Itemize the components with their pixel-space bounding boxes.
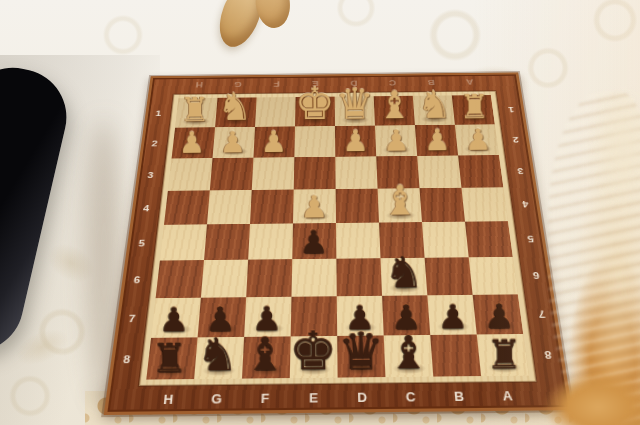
black-king-glyph: ♚ — [289, 323, 337, 377]
white-queen-glyph: ♛ — [335, 82, 375, 125]
black-pawn[interactable]: ♟ — [292, 223, 336, 259]
white-pawn-glyph: ♟ — [376, 126, 417, 156]
white-bishop[interactable]: ♝ — [374, 96, 415, 126]
black-rook[interactable]: ♜ — [477, 334, 529, 376]
black-rook-glyph: ♜ — [146, 338, 194, 379]
black-queen[interactable]: ♛ — [337, 335, 385, 377]
rank-label-3: 3 — [506, 166, 534, 175]
white-knight[interactable]: ♞ — [413, 95, 455, 125]
white-pawn-glyph: ♟ — [335, 126, 376, 156]
white-knight[interactable]: ♞ — [215, 97, 256, 127]
chair-back — [0, 58, 76, 361]
white-pawn-glyph: ♟ — [458, 125, 499, 155]
rank-label-1: 1 — [498, 105, 525, 113]
white-pawn[interactable]: ♟ — [293, 189, 336, 223]
tablecloth-pattern — [10, 322, 73, 372]
black-pawn[interactable]: ♟ — [427, 295, 476, 335]
white-rook-glyph: ♜ — [454, 90, 494, 124]
white-pawn[interactable]: ♟ — [455, 124, 499, 155]
white-pawn[interactable]: ♟ — [253, 126, 295, 157]
tablecloth-pattern — [30, 300, 94, 364]
white-rook-glyph: ♜ — [175, 93, 215, 127]
black-pawn-glyph: ♟ — [476, 300, 523, 334]
white-rook[interactable]: ♜ — [452, 95, 495, 125]
white-pawn-glyph: ♟ — [212, 127, 253, 157]
white-bishop-glyph: ♝ — [379, 180, 422, 221]
rank-label-4: 4 — [511, 199, 540, 209]
white-pawn[interactable]: ♟ — [375, 125, 417, 156]
chessboard: HGFEDCBA HGFEDCBA 12345678 12345678 ♜♞♚♛… — [104, 72, 573, 415]
black-knight-glyph: ♞ — [194, 332, 242, 378]
black-pawn-glyph: ♟ — [430, 300, 477, 334]
white-bishop[interactable]: ♝ — [378, 188, 422, 222]
white-pawn-glyph: ♟ — [171, 128, 212, 158]
black-pawn-glyph: ♟ — [151, 303, 198, 337]
white-pawn[interactable]: ♟ — [172, 127, 215, 158]
tablecloth-pattern — [2, 368, 58, 424]
white-pawn-glyph: ♟ — [417, 125, 458, 155]
white-pawn[interactable]: ♟ — [415, 125, 458, 156]
white-queen[interactable]: ♛ — [335, 96, 375, 126]
black-bishop-glyph: ♝ — [242, 332, 290, 378]
black-pawn-glyph: ♟ — [292, 226, 336, 258]
white-knight-glyph: ♞ — [215, 88, 255, 127]
rank-label-2: 2 — [502, 135, 530, 144]
photo-scene: HGFEDCBA HGFEDCBA 12345678 12345678 ♜♞♚♛… — [0, 0, 640, 425]
white-pawn[interactable]: ♟ — [213, 127, 256, 158]
cat-tail-fur — [594, 88, 640, 208]
white-pawn-glyph: ♟ — [253, 127, 294, 157]
white-king-glyph: ♚ — [295, 81, 335, 126]
black-knight[interactable]: ♞ — [194, 337, 244, 379]
white-king[interactable]: ♚ — [295, 97, 335, 127]
tablecloth-pattern — [585, 0, 640, 50]
black-queen-glyph: ♛ — [337, 325, 385, 377]
black-bishop[interactable]: ♝ — [242, 336, 291, 378]
black-bishop[interactable]: ♝ — [384, 335, 434, 377]
black-king[interactable]: ♚ — [290, 336, 338, 378]
white-bishop-glyph: ♝ — [375, 86, 415, 125]
black-knight-glyph: ♞ — [382, 251, 428, 295]
white-pawn-glyph: ♟ — [293, 191, 336, 222]
black-pawn[interactable]: ♟ — [473, 294, 524, 334]
white-rook[interactable]: ♜ — [175, 98, 217, 128]
black-rook[interactable]: ♜ — [146, 337, 197, 379]
black-bishop-glyph: ♝ — [385, 330, 433, 376]
white-knight-glyph: ♞ — [414, 86, 454, 125]
white-pawn[interactable]: ♟ — [335, 126, 376, 157]
black-knight[interactable]: ♞ — [380, 258, 427, 296]
chessboard-perspective: HGFEDCBA HGFEDCBA 12345678 12345678 ♜♞♚♛… — [130, 17, 542, 425]
black-rook-glyph: ♜ — [481, 335, 529, 376]
